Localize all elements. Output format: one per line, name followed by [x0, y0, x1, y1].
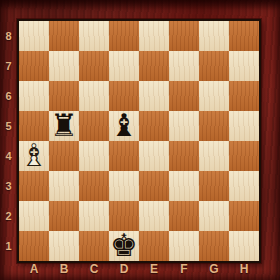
square-f1[interactable]	[169, 231, 199, 261]
square-c3[interactable]	[79, 171, 109, 201]
rank-label-7: 7	[0, 51, 17, 81]
square-c5[interactable]	[79, 111, 109, 141]
file-label-b: B	[49, 261, 79, 280]
square-g5[interactable]	[199, 111, 229, 141]
square-d7[interactable]	[109, 51, 139, 81]
square-d3[interactable]	[109, 171, 139, 201]
file-label-d: D	[109, 261, 139, 280]
square-h8[interactable]	[229, 21, 259, 51]
square-d5[interactable]: ♝	[109, 111, 139, 141]
square-h5[interactable]	[229, 111, 259, 141]
square-a6[interactable]	[19, 81, 49, 111]
square-h1[interactable]	[229, 231, 259, 261]
file-label-c: C	[79, 261, 109, 280]
square-e5[interactable]	[139, 111, 169, 141]
square-e2[interactable]	[139, 201, 169, 231]
square-e7[interactable]	[139, 51, 169, 81]
square-f4[interactable]	[169, 141, 199, 171]
white-bishop-piece[interactable]: ♗	[19, 139, 49, 171]
square-a2[interactable]	[19, 201, 49, 231]
square-a3[interactable]	[19, 171, 49, 201]
square-b8[interactable]	[49, 21, 79, 51]
square-b7[interactable]	[49, 51, 79, 81]
square-d8[interactable]	[109, 21, 139, 51]
square-g2[interactable]	[199, 201, 229, 231]
square-e4[interactable]	[139, 141, 169, 171]
square-g1[interactable]	[199, 231, 229, 261]
square-g7[interactable]	[199, 51, 229, 81]
square-c6[interactable]	[79, 81, 109, 111]
rank-label-4: 4	[0, 141, 17, 171]
square-e1[interactable]	[139, 231, 169, 261]
square-h7[interactable]	[229, 51, 259, 81]
square-c7[interactable]	[79, 51, 109, 81]
square-a1[interactable]	[19, 231, 49, 261]
rank-label-8: 8	[0, 21, 17, 51]
square-e3[interactable]	[139, 171, 169, 201]
square-b1[interactable]	[49, 231, 79, 261]
square-g8[interactable]	[199, 21, 229, 51]
square-b3[interactable]	[49, 171, 79, 201]
rank-label-3: 3	[0, 171, 17, 201]
square-b4[interactable]	[49, 141, 79, 171]
black-bishop-piece[interactable]: ♝	[109, 109, 139, 141]
square-g3[interactable]	[199, 171, 229, 201]
square-e6[interactable]	[139, 81, 169, 111]
square-h4[interactable]	[229, 141, 259, 171]
black-rook-piece[interactable]: ♜	[49, 109, 79, 141]
square-c4[interactable]	[79, 141, 109, 171]
rank-label-6: 6	[0, 81, 17, 111]
black-king-piece[interactable]: ♚	[109, 229, 139, 261]
file-label-g: G	[199, 261, 229, 280]
square-e8[interactable]	[139, 21, 169, 51]
square-c8[interactable]	[79, 21, 109, 51]
rank-label-1: 1	[0, 231, 17, 261]
square-d4[interactable]	[109, 141, 139, 171]
square-b2[interactable]	[49, 201, 79, 231]
rank-label-5: 5	[0, 111, 17, 141]
square-b5[interactable]: ♜	[49, 111, 79, 141]
square-h6[interactable]	[229, 81, 259, 111]
square-g6[interactable]	[199, 81, 229, 111]
square-c2[interactable]	[79, 201, 109, 231]
square-h3[interactable]	[229, 171, 259, 201]
file-label-f: F	[169, 261, 199, 280]
square-f7[interactable]	[169, 51, 199, 81]
rank-label-2: 2	[0, 201, 17, 231]
square-f8[interactable]	[169, 21, 199, 51]
file-label-e: E	[139, 261, 169, 280]
square-h2[interactable]	[229, 201, 259, 231]
square-d1[interactable]: ♚	[109, 231, 139, 261]
square-f2[interactable]	[169, 201, 199, 231]
file-label-h: H	[229, 261, 259, 280]
square-f3[interactable]	[169, 171, 199, 201]
square-c1[interactable]	[79, 231, 109, 261]
square-f6[interactable]	[169, 81, 199, 111]
square-a7[interactable]	[19, 51, 49, 81]
square-g4[interactable]	[199, 141, 229, 171]
square-a4[interactable]: ♝♗	[19, 141, 49, 171]
chessboard-diagram: ♜♝♝♗♚ 87654321 ABCDEFGH	[0, 0, 280, 280]
square-f5[interactable]	[169, 111, 199, 141]
board: ♜♝♝♗♚	[17, 19, 261, 263]
square-a8[interactable]	[19, 21, 49, 51]
file-label-a: A	[19, 261, 49, 280]
